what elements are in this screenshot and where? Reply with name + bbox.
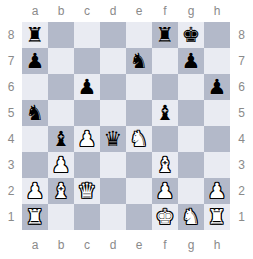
piece-black-pawn[interactable]: ♟ <box>182 48 201 74</box>
file-label-top-h: h <box>204 0 230 22</box>
square-f8[interactable]: ♜ <box>152 22 178 48</box>
square-c2[interactable]: ♛ <box>74 178 100 204</box>
file-label-bottom-h: h <box>204 230 230 259</box>
piece-white-rook[interactable]: ♜ <box>208 204 227 230</box>
rank-label-right-5: 5 <box>230 100 253 126</box>
file-label-bottom-e: e <box>126 230 152 259</box>
piece-white-pawn[interactable]: ♟ <box>26 178 45 204</box>
file-label-top-d: d <box>100 0 126 22</box>
square-a7[interactable]: ♟ <box>22 48 48 74</box>
square-g5[interactable] <box>178 100 204 126</box>
piece-black-bishop[interactable]: ♝ <box>156 100 175 126</box>
square-e6[interactable] <box>126 74 152 100</box>
piece-black-queen[interactable]: ♛ <box>104 126 123 152</box>
square-g3[interactable] <box>178 152 204 178</box>
file-label-top-a: a <box>22 0 48 22</box>
square-e8[interactable] <box>126 22 152 48</box>
piece-white-bishop[interactable]: ♝ <box>52 178 71 204</box>
rank-label-right-1: 1 <box>230 204 253 230</box>
square-g6[interactable] <box>178 74 204 100</box>
piece-black-knight[interactable]: ♞ <box>26 100 45 126</box>
file-label-bottom-f: f <box>152 230 178 259</box>
piece-black-rook[interactable]: ♜ <box>26 22 45 48</box>
square-g8[interactable]: ♚ <box>178 22 204 48</box>
file-label-top-e: e <box>126 0 152 22</box>
piece-white-pawn[interactable]: ♟ <box>52 152 71 178</box>
square-d8[interactable] <box>100 22 126 48</box>
square-h8[interactable] <box>204 22 230 48</box>
piece-black-pawn[interactable]: ♟ <box>208 74 227 100</box>
rank-label-right-2: 2 <box>230 178 253 204</box>
square-h6[interactable]: ♟ <box>204 74 230 100</box>
square-a6[interactable] <box>22 74 48 100</box>
square-h7[interactable] <box>204 48 230 74</box>
file-label-bottom-a: a <box>22 230 48 259</box>
rank-label-left-7: 7 <box>0 48 22 74</box>
square-d5[interactable] <box>100 100 126 126</box>
piece-black-pawn[interactable]: ♟ <box>26 48 45 74</box>
file-label-bottom-g: g <box>178 230 204 259</box>
file-label-top-b: b <box>48 0 74 22</box>
square-c5[interactable] <box>74 100 100 126</box>
square-c8[interactable] <box>74 22 100 48</box>
piece-white-pawn[interactable]: ♟ <box>208 178 227 204</box>
square-e4[interactable]: ♞ <box>126 126 152 152</box>
file-label-bottom-d: d <box>100 230 126 259</box>
square-b5[interactable] <box>48 100 74 126</box>
rank-label-left-4: 4 <box>0 126 22 152</box>
piece-white-knight[interactable]: ♞ <box>182 204 201 230</box>
square-c6[interactable]: ♟ <box>74 74 100 100</box>
rank-label-right-3: 3 <box>230 152 253 178</box>
square-b2[interactable]: ♝ <box>48 178 74 204</box>
piece-black-knight[interactable]: ♞ <box>130 48 149 74</box>
square-f5[interactable]: ♝ <box>152 100 178 126</box>
square-f1[interactable]: ♚ <box>152 204 178 230</box>
square-f7[interactable] <box>152 48 178 74</box>
piece-black-pawn[interactable]: ♟ <box>78 74 97 100</box>
square-h2[interactable]: ♟ <box>204 178 230 204</box>
piece-black-rook[interactable]: ♜ <box>156 22 175 48</box>
rank-label-left-6: 6 <box>0 74 22 100</box>
square-g2[interactable] <box>178 178 204 204</box>
square-h5[interactable] <box>204 100 230 126</box>
square-a1[interactable]: ♜ <box>22 204 48 230</box>
square-d3[interactable] <box>100 152 126 178</box>
piece-black-king[interactable]: ♚ <box>182 22 201 48</box>
square-a2[interactable]: ♟ <box>22 178 48 204</box>
piece-white-king[interactable]: ♚ <box>156 204 175 230</box>
square-d1[interactable] <box>100 204 126 230</box>
square-a8[interactable]: ♜ <box>22 22 48 48</box>
square-e5[interactable] <box>126 100 152 126</box>
square-h1[interactable]: ♜ <box>204 204 230 230</box>
piece-white-rook[interactable]: ♜ <box>26 204 45 230</box>
piece-white-bishop[interactable]: ♝ <box>156 152 175 178</box>
square-c7[interactable] <box>74 48 100 74</box>
square-e1[interactable] <box>126 204 152 230</box>
square-c4[interactable]: ♟ <box>74 126 100 152</box>
square-h4[interactable] <box>204 126 230 152</box>
square-f6[interactable] <box>152 74 178 100</box>
square-g4[interactable] <box>178 126 204 152</box>
piece-white-pawn[interactable]: ♟ <box>78 126 97 152</box>
rank-label-right-7: 7 <box>230 48 253 74</box>
square-d4[interactable]: ♛ <box>100 126 126 152</box>
square-f4[interactable] <box>152 126 178 152</box>
rank-label-left-8: 8 <box>0 22 22 48</box>
square-b4[interactable]: ♝ <box>48 126 74 152</box>
file-label-top-f: f <box>152 0 178 22</box>
rank-label-right-6: 6 <box>230 74 253 100</box>
square-a4[interactable] <box>22 126 48 152</box>
square-a5[interactable]: ♞ <box>22 100 48 126</box>
piece-white-knight[interactable]: ♞ <box>130 126 149 152</box>
square-b6[interactable] <box>48 74 74 100</box>
square-d7[interactable] <box>100 48 126 74</box>
piece-white-pawn[interactable]: ♟ <box>156 178 175 204</box>
square-e2[interactable] <box>126 178 152 204</box>
file-label-bottom-b: b <box>48 230 74 259</box>
file-label-top-g: g <box>178 0 204 22</box>
rank-label-left-5: 5 <box>0 100 22 126</box>
piece-black-bishop[interactable]: ♝ <box>52 126 71 152</box>
rank-label-left-2: 2 <box>0 178 22 204</box>
rank-label-right-8: 8 <box>230 22 253 48</box>
square-b3[interactable]: ♟ <box>48 152 74 178</box>
square-a3[interactable] <box>22 152 48 178</box>
square-d6[interactable] <box>100 74 126 100</box>
square-h3[interactable] <box>204 152 230 178</box>
square-c1[interactable] <box>74 204 100 230</box>
square-f3[interactable]: ♝ <box>152 152 178 178</box>
square-c3[interactable] <box>74 152 100 178</box>
square-b7[interactable] <box>48 48 74 74</box>
rank-label-right-4: 4 <box>230 126 253 152</box>
square-e7[interactable]: ♞ <box>126 48 152 74</box>
square-e3[interactable] <box>126 152 152 178</box>
square-g1[interactable]: ♞ <box>178 204 204 230</box>
square-d2[interactable] <box>100 178 126 204</box>
square-b8[interactable] <box>48 22 74 48</box>
chess-board-diagram: aabbccddeeffgghh8877665544332211♜♜♚♟♞♟♟♟… <box>0 0 253 259</box>
file-label-top-c: c <box>74 0 100 22</box>
file-label-bottom-c: c <box>74 230 100 259</box>
square-g7[interactable]: ♟ <box>178 48 204 74</box>
rank-label-left-3: 3 <box>0 152 22 178</box>
piece-white-queen[interactable]: ♛ <box>78 178 97 204</box>
square-b1[interactable] <box>48 204 74 230</box>
rank-label-left-1: 1 <box>0 204 22 230</box>
square-f2[interactable]: ♟ <box>152 178 178 204</box>
